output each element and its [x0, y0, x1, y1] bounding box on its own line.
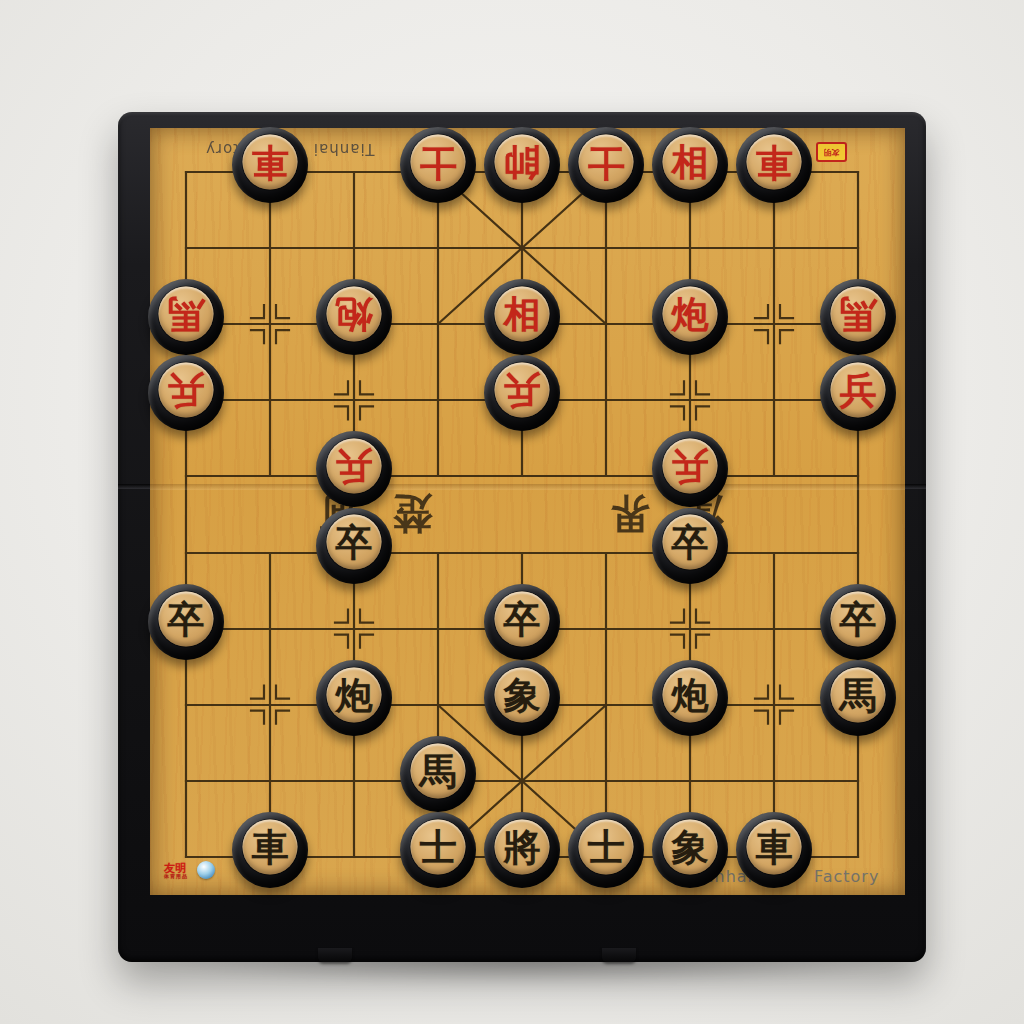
- piece-face: 炮: [663, 287, 718, 342]
- piece-red-soldier[interactable]: 兵: [652, 431, 728, 507]
- piece-face: 車: [747, 134, 802, 189]
- piece-face: 卒: [327, 515, 382, 570]
- clasp-tab-right[interactable]: [602, 948, 636, 962]
- piece-black-advisor[interactable]: 士: [400, 812, 476, 888]
- black-elephant-glyph: 象: [504, 676, 541, 713]
- piece-black-soldier[interactable]: 卒: [652, 508, 728, 584]
- red-cannon-glyph: 炮: [336, 296, 373, 333]
- piece-red-soldier[interactable]: 兵: [820, 355, 896, 431]
- black-horse-glyph: 馬: [420, 752, 457, 789]
- piece-black-general[interactable]: 將: [484, 812, 560, 888]
- piece-red-soldier[interactable]: 兵: [316, 431, 392, 507]
- black-horse-glyph: 馬: [840, 676, 877, 713]
- red-soldier-glyph: 兵: [168, 372, 205, 409]
- piece-black-soldier[interactable]: 卒: [316, 508, 392, 584]
- piece-face: 馬: [831, 287, 886, 342]
- piece-face: 象: [663, 819, 718, 874]
- black-chariot-glyph: 車: [756, 828, 793, 865]
- piece-face: 車: [243, 819, 298, 874]
- piece-black-elephant[interactable]: 象: [484, 660, 560, 736]
- black-cannon-glyph: 炮: [672, 676, 709, 713]
- piece-face: 炮: [327, 667, 382, 722]
- black-advisor-glyph: 士: [588, 828, 625, 865]
- piece-red-elephant[interactable]: 相: [652, 127, 728, 203]
- piece-red-advisor[interactable]: 士: [568, 127, 644, 203]
- piece-black-soldier[interactable]: 卒: [820, 584, 896, 660]
- piece-face: 馬: [411, 743, 466, 798]
- piece-black-chariot[interactable]: 車: [736, 812, 812, 888]
- piece-black-elephant[interactable]: 象: [652, 812, 728, 888]
- piece-face: 兵: [831, 363, 886, 418]
- red-cannon-glyph: 炮: [672, 296, 709, 333]
- piece-face: 兵: [495, 363, 550, 418]
- piece-red-soldier[interactable]: 兵: [148, 355, 224, 431]
- red-soldier-glyph: 兵: [504, 372, 541, 409]
- piece-red-chariot[interactable]: 車: [232, 127, 308, 203]
- black-soldier-glyph: 卒: [840, 600, 877, 637]
- piece-face: 相: [663, 134, 718, 189]
- piece-red-advisor[interactable]: 士: [400, 127, 476, 203]
- red-horse-glyph: 馬: [840, 296, 877, 333]
- piece-red-cannon[interactable]: 炮: [652, 279, 728, 355]
- black-soldier-glyph: 卒: [504, 600, 541, 637]
- black-advisor-glyph: 士: [420, 828, 457, 865]
- piece-red-elephant[interactable]: 相: [484, 279, 560, 355]
- pieces-layer: 車士帥士相車馬炮相炮馬兵兵兵兵兵卒卒卒卒卒炮象炮馬馬車士將士象車: [150, 128, 905, 895]
- black-cannon-glyph: 炮: [336, 676, 373, 713]
- piece-red-horse[interactable]: 馬: [148, 279, 224, 355]
- piece-face: 卒: [159, 591, 214, 646]
- red-general-glyph: 帥: [504, 143, 541, 180]
- piece-face: 將: [495, 819, 550, 874]
- piece-black-soldier[interactable]: 卒: [148, 584, 224, 660]
- piece-face: 士: [411, 134, 466, 189]
- red-horse-glyph: 馬: [168, 296, 205, 333]
- piece-face: 卒: [495, 591, 550, 646]
- piece-face: 帥: [495, 134, 550, 189]
- piece-black-soldier[interactable]: 卒: [484, 584, 560, 660]
- red-chariot-glyph: 車: [756, 143, 793, 180]
- piece-face: 兵: [159, 363, 214, 418]
- piece-face: 卒: [831, 591, 886, 646]
- piece-red-soldier[interactable]: 兵: [484, 355, 560, 431]
- piece-face: 炮: [327, 287, 382, 342]
- piece-face: 馬: [831, 667, 886, 722]
- piece-face: 士: [579, 134, 634, 189]
- piece-red-cannon[interactable]: 炮: [316, 279, 392, 355]
- red-elephant-glyph: 相: [504, 296, 541, 333]
- red-chariot-glyph: 車: [252, 143, 289, 180]
- piece-face: 卒: [663, 515, 718, 570]
- piece-black-advisor[interactable]: 士: [568, 812, 644, 888]
- red-advisor-glyph: 士: [588, 143, 625, 180]
- piece-black-horse[interactable]: 馬: [400, 736, 476, 812]
- piece-face: 車: [747, 819, 802, 874]
- piece-face: 車: [243, 134, 298, 189]
- black-elephant-glyph: 象: [672, 828, 709, 865]
- piece-red-general[interactable]: 帥: [484, 127, 560, 203]
- red-soldier-glyph: 兵: [672, 448, 709, 485]
- piece-face: 象: [495, 667, 550, 722]
- piece-face: 兵: [663, 439, 718, 494]
- piece-red-horse[interactable]: 馬: [820, 279, 896, 355]
- black-chariot-glyph: 車: [252, 828, 289, 865]
- black-general-glyph: 將: [504, 828, 541, 865]
- xiangqi-board: 楚 河 漢 界 Tianhai Factory 友明 友明 体育用品 Tianh…: [150, 128, 905, 895]
- piece-black-cannon[interactable]: 炮: [652, 660, 728, 736]
- red-soldier-glyph: 兵: [336, 448, 373, 485]
- black-soldier-glyph: 卒: [336, 524, 373, 561]
- piece-face: 士: [411, 819, 466, 874]
- clasp-tab-left[interactable]: [318, 948, 352, 962]
- black-soldier-glyph: 卒: [672, 524, 709, 561]
- red-soldier-glyph: 兵: [840, 372, 877, 409]
- piece-face: 炮: [663, 667, 718, 722]
- piece-face: 相: [495, 287, 550, 342]
- red-elephant-glyph: 相: [672, 143, 709, 180]
- piece-face: 兵: [327, 439, 382, 494]
- piece-black-horse[interactable]: 馬: [820, 660, 896, 736]
- piece-black-cannon[interactable]: 炮: [316, 660, 392, 736]
- piece-red-chariot[interactable]: 車: [736, 127, 812, 203]
- black-soldier-glyph: 卒: [168, 600, 205, 637]
- piece-black-chariot[interactable]: 車: [232, 812, 308, 888]
- piece-face: 馬: [159, 287, 214, 342]
- piece-face: 士: [579, 819, 634, 874]
- product-photo: { "game": "xiangqi", "description": "Mag…: [0, 0, 1024, 1024]
- red-advisor-glyph: 士: [420, 143, 457, 180]
